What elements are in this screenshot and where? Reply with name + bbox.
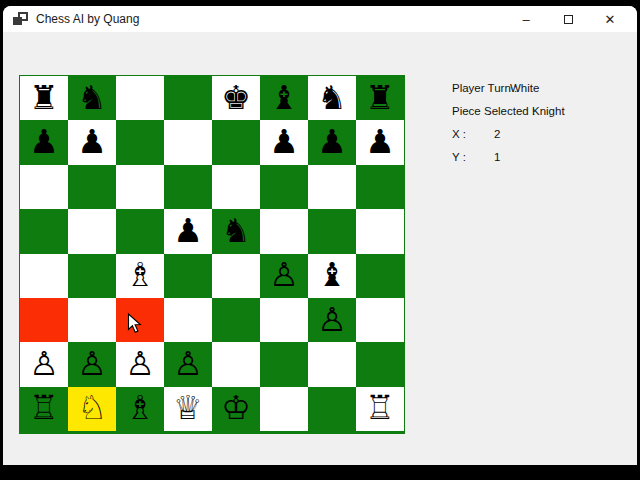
- piece-wR: ♖: [29, 391, 59, 424]
- square-a2[interactable]: ♙: [20, 342, 68, 386]
- square-a5[interactable]: [20, 209, 68, 253]
- square-g6[interactable]: [308, 165, 356, 209]
- info-panel: Player Turn : White Piece Selected : Kni…: [452, 76, 632, 196]
- square-d5[interactable]: ♟: [164, 209, 212, 253]
- maximize-icon: [564, 15, 573, 24]
- chess-board: ♜♞♚♝♞♜♟♟♟♟♟♟♞♗♙♝♙♙♙♙♙♖♘♗♕♔♖: [19, 75, 405, 434]
- close-button[interactable]: ✕: [589, 6, 631, 32]
- square-b3[interactable]: [68, 298, 116, 342]
- minimize-button[interactable]: –: [505, 6, 547, 32]
- square-a7[interactable]: ♟: [20, 120, 68, 164]
- square-h4[interactable]: [356, 254, 404, 298]
- square-h3[interactable]: [356, 298, 404, 342]
- square-f6[interactable]: [260, 165, 308, 209]
- piece-selected-label: Piece Selected :: [452, 105, 535, 117]
- titlebar: Chess AI by Quang – ✕: [3, 6, 637, 32]
- player-turn-label: Player Turn :: [452, 82, 517, 94]
- square-e7[interactable]: [212, 120, 260, 164]
- y-coordinate-value: 1: [494, 151, 500, 163]
- y-coordinate-label: Y :: [452, 151, 466, 163]
- square-g7[interactable]: ♟: [308, 120, 356, 164]
- piece-bP: ♟: [269, 125, 299, 158]
- square-e6[interactable]: [212, 165, 260, 209]
- square-c1[interactable]: ♗: [116, 387, 164, 431]
- square-b2[interactable]: ♙: [68, 342, 116, 386]
- client-area: ♜♞♚♝♞♜♟♟♟♟♟♟♞♗♙♝♙♙♙♙♙♖♘♗♕♔♖ Player Turn …: [3, 32, 637, 465]
- square-h6[interactable]: [356, 165, 404, 209]
- square-e8[interactable]: ♚: [212, 76, 260, 120]
- window-title: Chess AI by Quang: [36, 12, 139, 26]
- square-f4[interactable]: ♙: [260, 254, 308, 298]
- square-f8[interactable]: ♝: [260, 76, 308, 120]
- piece-wB: ♗: [125, 391, 155, 424]
- square-d6[interactable]: [164, 165, 212, 209]
- square-a4[interactable]: [20, 254, 68, 298]
- piece-wN: ♘: [77, 391, 107, 424]
- square-a6[interactable]: [20, 165, 68, 209]
- square-e2[interactable]: [212, 342, 260, 386]
- square-h2[interactable]: [356, 342, 404, 386]
- square-d8[interactable]: [164, 76, 212, 120]
- x-coordinate-value: 2: [494, 128, 500, 140]
- piece-bN: ♞: [221, 214, 251, 247]
- piece-wP: ♙: [125, 347, 155, 380]
- piece-wP: ♙: [77, 347, 107, 380]
- square-e4[interactable]: [212, 254, 260, 298]
- square-f3[interactable]: [260, 298, 308, 342]
- square-e3[interactable]: [212, 298, 260, 342]
- square-h5[interactable]: [356, 209, 404, 253]
- window-controls: – ✕: [505, 6, 631, 32]
- piece-wR: ♖: [365, 391, 395, 424]
- piece-wP: ♙: [173, 347, 203, 380]
- square-g3[interactable]: ♙: [308, 298, 356, 342]
- piece-bN: ♞: [317, 81, 347, 114]
- piece-bP: ♟: [77, 125, 107, 158]
- square-g4[interactable]: ♝: [308, 254, 356, 298]
- screen-background: Chess AI by Quang – ✕ ♜♞♚♝♞♜♟♟♟♟♟♟♞♗♙♝♙♙…: [0, 0, 640, 480]
- x-coordinate-label: X :: [452, 128, 466, 140]
- square-d7[interactable]: [164, 120, 212, 164]
- square-g2[interactable]: [308, 342, 356, 386]
- square-b6[interactable]: [68, 165, 116, 209]
- square-c2[interactable]: ♙: [116, 342, 164, 386]
- square-e1[interactable]: ♔: [212, 387, 260, 431]
- piece-bK: ♚: [221, 81, 251, 114]
- square-a8[interactable]: ♜: [20, 76, 68, 120]
- square-c8[interactable]: [116, 76, 164, 120]
- app-window: Chess AI by Quang – ✕ ♜♞♚♝♞♜♟♟♟♟♟♟♞♗♙♝♙♙…: [3, 6, 637, 465]
- square-b4[interactable]: [68, 254, 116, 298]
- app-icon: [13, 12, 28, 25]
- square-d4[interactable]: [164, 254, 212, 298]
- close-icon: ✕: [605, 12, 616, 27]
- player-turn-value: White: [510, 82, 539, 94]
- square-b7[interactable]: ♟: [68, 120, 116, 164]
- piece-wK: ♔: [221, 391, 251, 424]
- square-b1[interactable]: ♘: [68, 387, 116, 431]
- square-h7[interactable]: ♟: [356, 120, 404, 164]
- square-d1[interactable]: ♕: [164, 387, 212, 431]
- piece-bP: ♟: [29, 125, 59, 158]
- square-b5[interactable]: [68, 209, 116, 253]
- piece-bB: ♝: [317, 258, 347, 291]
- square-f5[interactable]: [260, 209, 308, 253]
- piece-bP: ♟: [317, 125, 347, 158]
- piece-wB: ♗: [125, 258, 155, 291]
- piece-bN: ♞: [77, 81, 107, 114]
- maximize-button[interactable]: [547, 6, 589, 32]
- square-c6[interactable]: [116, 165, 164, 209]
- square-c5[interactable]: [116, 209, 164, 253]
- square-d3[interactable]: [164, 298, 212, 342]
- piece-selected-value: Knight: [532, 105, 565, 117]
- square-g1[interactable]: [308, 387, 356, 431]
- piece-bR: ♜: [29, 81, 59, 114]
- piece-wP: ♙: [29, 347, 59, 380]
- square-d2[interactable]: ♙: [164, 342, 212, 386]
- square-h1[interactable]: ♖: [356, 387, 404, 431]
- piece-bP: ♟: [365, 125, 395, 158]
- piece-wP: ♙: [317, 303, 347, 336]
- square-f2[interactable]: [260, 342, 308, 386]
- piece-wQ: ♕: [173, 391, 203, 424]
- square-c4[interactable]: ♗: [116, 254, 164, 298]
- minimize-icon: –: [522, 12, 529, 27]
- square-f1[interactable]: [260, 387, 308, 431]
- square-h8[interactable]: ♜: [356, 76, 404, 120]
- piece-bP: ♟: [173, 214, 203, 247]
- square-e5[interactable]: ♞: [212, 209, 260, 253]
- square-a3[interactable]: [20, 298, 68, 342]
- square-c7[interactable]: [116, 120, 164, 164]
- square-a1[interactable]: ♖: [20, 387, 68, 431]
- square-f7[interactable]: ♟: [260, 120, 308, 164]
- square-b8[interactable]: ♞: [68, 76, 116, 120]
- piece-bR: ♜: [365, 81, 395, 114]
- square-g5[interactable]: [308, 209, 356, 253]
- square-g8[interactable]: ♞: [308, 76, 356, 120]
- mouse-cursor-icon: [127, 313, 142, 334]
- piece-wP: ♙: [269, 258, 299, 291]
- app-icon-front-pane: [13, 17, 22, 25]
- piece-bB: ♝: [269, 81, 299, 114]
